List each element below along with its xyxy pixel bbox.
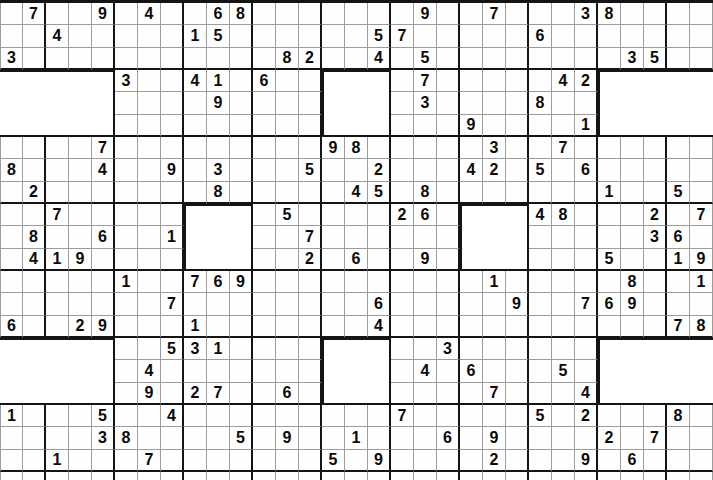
cell-r18-c21[interactable] xyxy=(483,405,506,427)
cell-r19-c1[interactable] xyxy=(23,427,46,449)
cell-r0-c15[interactable] xyxy=(345,3,368,25)
cell-r20-c12[interactable] xyxy=(276,450,299,472)
cell-r17-c19[interactable] xyxy=(437,383,460,405)
cell-r7-c19[interactable] xyxy=(437,159,460,181)
cell-r20-c28[interactable] xyxy=(644,450,667,472)
cell-r13-c29[interactable] xyxy=(667,293,690,315)
cell-r19-c6[interactable] xyxy=(138,427,161,449)
cell-r7-c1[interactable] xyxy=(23,159,46,181)
cell-r14-c5[interactable] xyxy=(115,316,138,338)
cell-r6-c28[interactable] xyxy=(644,137,667,159)
cell-r14-c14[interactable] xyxy=(322,316,345,338)
cell-r21-c3[interactable] xyxy=(69,472,92,480)
cell-r12-c7[interactable] xyxy=(161,271,184,293)
cell-r10-c27[interactable] xyxy=(621,226,644,248)
cell-r1-c26[interactable] xyxy=(598,25,621,47)
cell-r21-c30[interactable] xyxy=(690,472,713,480)
cell-r6-c20[interactable] xyxy=(460,137,483,159)
cell-r11-c6[interactable] xyxy=(138,249,161,271)
cell-r11-c11[interactable] xyxy=(253,249,276,271)
cell-r6-c26[interactable] xyxy=(598,137,621,159)
cell-r19-c14[interactable] xyxy=(322,427,345,449)
cell-r7-c10[interactable] xyxy=(230,159,253,181)
cell-r19-c20[interactable] xyxy=(460,427,483,449)
cell-r4-c19[interactable] xyxy=(437,92,460,114)
cell-r6-c16[interactable] xyxy=(368,137,391,159)
cell-r20-c15[interactable] xyxy=(345,450,368,472)
cell-r2-c17[interactable] xyxy=(391,48,414,70)
cell-r12-c14[interactable] xyxy=(322,271,345,293)
cell-r1-c6[interactable] xyxy=(138,25,161,47)
cell-r14-c21[interactable] xyxy=(483,316,506,338)
cell-r8-c4[interactable] xyxy=(92,182,115,204)
cell-r2-c8[interactable] xyxy=(184,48,207,70)
cell-r0-c28[interactable] xyxy=(644,3,667,25)
cell-r16-c11[interactable] xyxy=(253,360,276,382)
cell-r21-c11[interactable] xyxy=(253,472,276,480)
cell-r12-c24[interactable] xyxy=(552,271,575,293)
cell-r14-c28[interactable] xyxy=(644,316,667,338)
cell-r21-c22[interactable] xyxy=(506,472,529,480)
cell-r0-c2[interactable] xyxy=(46,3,69,25)
cell-r12-c25[interactable] xyxy=(575,271,598,293)
cell-r5-c22[interactable] xyxy=(506,115,529,137)
cell-r21-c5[interactable] xyxy=(115,472,138,480)
cell-r20-c29[interactable] xyxy=(667,450,690,472)
cell-r13-c5[interactable] xyxy=(115,293,138,315)
cell-r11-c19[interactable] xyxy=(437,249,460,271)
cell-r17-c10[interactable] xyxy=(230,383,253,405)
cell-r19-c24[interactable] xyxy=(552,427,575,449)
cell-r4-c13[interactable] xyxy=(299,92,322,114)
cell-r5-c11[interactable] xyxy=(253,115,276,137)
cell-r7-c11[interactable] xyxy=(253,159,276,181)
cell-r19-c0[interactable] xyxy=(0,427,23,449)
cell-r15-c21[interactable] xyxy=(483,338,506,360)
cell-r12-c2[interactable] xyxy=(46,271,69,293)
cell-r5-c12[interactable] xyxy=(276,115,299,137)
cell-r4-c10[interactable] xyxy=(230,92,253,114)
cell-r9-c25[interactable] xyxy=(575,204,598,226)
cell-r4-c8[interactable] xyxy=(184,92,207,114)
cell-r20-c4[interactable] xyxy=(92,450,115,472)
cell-r15-c22[interactable] xyxy=(506,338,529,360)
cell-r16-c8[interactable] xyxy=(184,360,207,382)
cell-r10-c23[interactable] xyxy=(529,226,552,248)
cell-r11-c16[interactable] xyxy=(368,249,391,271)
cell-r14-c26[interactable] xyxy=(598,316,621,338)
cell-r5-c21[interactable] xyxy=(483,115,506,137)
cell-r9-c4[interactable] xyxy=(92,204,115,226)
cell-r1-c25[interactable] xyxy=(575,25,598,47)
cell-r4-c17[interactable] xyxy=(391,92,414,114)
cell-r12-c12[interactable] xyxy=(276,271,299,293)
cell-r2-c23[interactable] xyxy=(529,48,552,70)
cell-r18-c11[interactable] xyxy=(253,405,276,427)
cell-r14-c9[interactable] xyxy=(207,316,230,338)
cell-r20-c22[interactable] xyxy=(506,450,529,472)
cell-r20-c5[interactable] xyxy=(115,450,138,472)
cell-r8-c21[interactable] xyxy=(483,182,506,204)
cell-r2-c2[interactable] xyxy=(46,48,69,70)
cell-r2-c30[interactable] xyxy=(690,48,713,70)
cell-r8-c13[interactable] xyxy=(299,182,322,204)
cell-r8-c8[interactable] xyxy=(184,182,207,204)
cell-r4-c5[interactable] xyxy=(115,92,138,114)
cell-r20-c10[interactable] xyxy=(230,450,253,472)
cell-r1-c3[interactable] xyxy=(69,25,92,47)
cell-r14-c27[interactable] xyxy=(621,316,644,338)
cell-r16-c19[interactable] xyxy=(437,360,460,382)
cell-r9-c0[interactable] xyxy=(0,204,23,226)
cell-r1-c4[interactable] xyxy=(92,25,115,47)
cell-r11-c17[interactable] xyxy=(391,249,414,271)
cell-r10-c16[interactable] xyxy=(368,226,391,248)
cell-r9-c19[interactable] xyxy=(437,204,460,226)
cell-r17-c7[interactable] xyxy=(161,383,184,405)
cell-r13-c23[interactable] xyxy=(529,293,552,315)
cell-r3-c13[interactable] xyxy=(299,70,322,92)
cell-r4-c7[interactable] xyxy=(161,92,184,114)
cell-r8-c19[interactable] xyxy=(437,182,460,204)
cell-r16-c9[interactable] xyxy=(207,360,230,382)
cell-r0-c27[interactable] xyxy=(621,3,644,25)
cell-r14-c13[interactable] xyxy=(299,316,322,338)
cell-r13-c9[interactable] xyxy=(207,293,230,315)
cell-r13-c14[interactable] xyxy=(322,293,345,315)
cell-r18-c1[interactable] xyxy=(23,405,46,427)
cell-r9-c1[interactable] xyxy=(23,204,46,226)
cell-r0-c30[interactable] xyxy=(690,3,713,25)
cell-r2-c24[interactable] xyxy=(552,48,575,70)
cell-r3-c23[interactable] xyxy=(529,70,552,92)
cell-r6-c25[interactable] xyxy=(575,137,598,159)
cell-r21-c26[interactable] xyxy=(598,472,621,480)
cell-r7-c3[interactable] xyxy=(69,159,92,181)
cell-r7-c6[interactable] xyxy=(138,159,161,181)
cell-r0-c20[interactable] xyxy=(460,3,483,25)
cell-r15-c25[interactable] xyxy=(575,338,598,360)
cell-r1-c11[interactable] xyxy=(253,25,276,47)
cell-r18-c15[interactable] xyxy=(345,405,368,427)
cell-r6-c23[interactable] xyxy=(529,137,552,159)
cell-r9-c29[interactable] xyxy=(667,204,690,226)
cell-r13-c11[interactable] xyxy=(253,293,276,315)
cell-r11-c7[interactable] xyxy=(161,249,184,271)
cell-r4-c25[interactable] xyxy=(575,92,598,114)
cell-r5-c13[interactable] xyxy=(299,115,322,137)
cell-r18-c5[interactable] xyxy=(115,405,138,427)
cell-r8-c24[interactable] xyxy=(552,182,575,204)
cell-r4-c21[interactable] xyxy=(483,92,506,114)
cell-r12-c15[interactable] xyxy=(345,271,368,293)
cell-r21-c8[interactable] xyxy=(184,472,207,480)
cell-r10-c15[interactable] xyxy=(345,226,368,248)
cell-r10-c12[interactable] xyxy=(276,226,299,248)
cell-r1-c30[interactable] xyxy=(690,25,713,47)
cell-r12-c13[interactable] xyxy=(299,271,322,293)
cell-r6-c18[interactable] xyxy=(414,137,437,159)
cell-r6-c22[interactable] xyxy=(506,137,529,159)
cell-r9-c27[interactable] xyxy=(621,204,644,226)
cell-r19-c22[interactable] xyxy=(506,427,529,449)
cell-r1-c27[interactable] xyxy=(621,25,644,47)
cell-r3-c21[interactable] xyxy=(483,70,506,92)
cell-r1-c22[interactable] xyxy=(506,25,529,47)
cell-r20-c20[interactable] xyxy=(460,450,483,472)
cell-r19-c3[interactable] xyxy=(69,427,92,449)
cell-r2-c6[interactable] xyxy=(138,48,161,70)
cell-r13-c21[interactable] xyxy=(483,293,506,315)
cell-r14-c12[interactable] xyxy=(276,316,299,338)
cell-r20-c3[interactable] xyxy=(69,450,92,472)
cell-r9-c14[interactable] xyxy=(322,204,345,226)
cell-r15-c10[interactable] xyxy=(230,338,253,360)
cell-r1-c18[interactable] xyxy=(414,25,437,47)
cell-r18-c24[interactable] xyxy=(552,405,575,427)
cell-r20-c1[interactable] xyxy=(23,450,46,472)
cell-r6-c7[interactable] xyxy=(161,137,184,159)
cell-r12-c18[interactable] xyxy=(414,271,437,293)
cell-r0-c12[interactable] xyxy=(276,3,299,25)
cell-r14-c10[interactable] xyxy=(230,316,253,338)
cell-r5-c24[interactable] xyxy=(552,115,575,137)
cell-r2-c7[interactable] xyxy=(161,48,184,70)
cell-r5-c23[interactable] xyxy=(529,115,552,137)
cell-r19-c7[interactable] xyxy=(161,427,184,449)
cell-r20-c23[interactable] xyxy=(529,450,552,472)
cell-r6-c5[interactable] xyxy=(115,137,138,159)
cell-r1-c12[interactable] xyxy=(276,25,299,47)
cell-r5-c8[interactable] xyxy=(184,115,207,137)
cell-r5-c17[interactable] xyxy=(391,115,414,137)
cell-r16-c5[interactable] xyxy=(115,360,138,382)
cell-r12-c4[interactable] xyxy=(92,271,115,293)
cell-r15-c13[interactable] xyxy=(299,338,322,360)
cell-r6-c1[interactable] xyxy=(23,137,46,159)
cell-r19-c2[interactable] xyxy=(46,427,69,449)
cell-r11-c27[interactable] xyxy=(621,249,644,271)
cell-r6-c13[interactable] xyxy=(299,137,322,159)
cell-r1-c14[interactable] xyxy=(322,25,345,47)
cell-r8-c0[interactable] xyxy=(0,182,23,204)
cell-r21-c28[interactable] xyxy=(644,472,667,480)
cell-r20-c9[interactable] xyxy=(207,450,230,472)
cell-r20-c7[interactable] xyxy=(161,450,184,472)
cell-r7-c15[interactable] xyxy=(345,159,368,181)
cell-r0-c23[interactable] xyxy=(529,3,552,25)
cell-r15-c12[interactable] xyxy=(276,338,299,360)
cell-r13-c8[interactable] xyxy=(184,293,207,315)
cell-r8-c25[interactable] xyxy=(575,182,598,204)
cell-r15-c18[interactable] xyxy=(414,338,437,360)
cell-r20-c0[interactable] xyxy=(0,450,23,472)
cell-r2-c14[interactable] xyxy=(322,48,345,70)
cell-r0-c16[interactable] xyxy=(368,3,391,25)
cell-r3-c20[interactable] xyxy=(460,70,483,92)
cell-r5-c5[interactable] xyxy=(115,115,138,137)
cell-r3-c10[interactable] xyxy=(230,70,253,92)
cell-r14-c19[interactable] xyxy=(437,316,460,338)
cell-r21-c14[interactable] xyxy=(322,472,345,480)
cell-r21-c0[interactable] xyxy=(0,472,23,480)
cell-r16-c21[interactable] xyxy=(483,360,506,382)
cell-r2-c29[interactable] xyxy=(667,48,690,70)
cell-r21-c9[interactable] xyxy=(207,472,230,480)
cell-r0-c17[interactable] xyxy=(391,3,414,25)
cell-r7-c14[interactable] xyxy=(322,159,345,181)
cell-r14-c23[interactable] xyxy=(529,316,552,338)
cell-r18-c18[interactable] xyxy=(414,405,437,427)
cell-r7-c17[interactable] xyxy=(391,159,414,181)
cell-r14-c20[interactable] xyxy=(460,316,483,338)
cell-r9-c15[interactable] xyxy=(345,204,368,226)
cell-r2-c1[interactable] xyxy=(23,48,46,70)
cell-r4-c24[interactable] xyxy=(552,92,575,114)
cell-r21-c4[interactable] xyxy=(92,472,115,480)
cell-r10-c11[interactable] xyxy=(253,226,276,248)
cell-r2-c4[interactable] xyxy=(92,48,115,70)
cell-r21-c16[interactable] xyxy=(368,472,391,480)
cell-r10-c30[interactable] xyxy=(690,226,713,248)
cell-r1-c7[interactable] xyxy=(161,25,184,47)
cell-r11-c12[interactable] xyxy=(276,249,299,271)
cell-r14-c6[interactable] xyxy=(138,316,161,338)
cell-r2-c21[interactable] xyxy=(483,48,506,70)
cell-r19-c16[interactable] xyxy=(368,427,391,449)
cell-r12-c19[interactable] xyxy=(437,271,460,293)
cell-r9-c3[interactable] xyxy=(69,204,92,226)
cell-r17-c17[interactable] xyxy=(391,383,414,405)
cell-r17-c13[interactable] xyxy=(299,383,322,405)
cell-r12-c0[interactable] xyxy=(0,271,23,293)
cell-r17-c23[interactable] xyxy=(529,383,552,405)
cell-r2-c15[interactable] xyxy=(345,48,368,70)
cell-r1-c24[interactable] xyxy=(552,25,575,47)
cell-r12-c16[interactable] xyxy=(368,271,391,293)
cell-r7-c28[interactable] xyxy=(644,159,667,181)
cell-r6-c2[interactable] xyxy=(46,137,69,159)
cell-r5-c7[interactable] xyxy=(161,115,184,137)
cell-r12-c29[interactable] xyxy=(667,271,690,293)
cell-r2-c5[interactable] xyxy=(115,48,138,70)
cell-r8-c17[interactable] xyxy=(391,182,414,204)
cell-r19-c23[interactable] xyxy=(529,427,552,449)
cell-r7-c29[interactable] xyxy=(667,159,690,181)
cell-r21-c21[interactable] xyxy=(483,472,506,480)
cell-r13-c13[interactable] xyxy=(299,293,322,315)
cell-r10-c19[interactable] xyxy=(437,226,460,248)
cell-r21-c27[interactable] xyxy=(621,472,644,480)
cell-r21-c7[interactable] xyxy=(161,472,184,480)
cell-r6-c17[interactable] xyxy=(391,137,414,159)
cell-r0-c24[interactable] xyxy=(552,3,575,25)
cell-r13-c2[interactable] xyxy=(46,293,69,315)
cell-r8-c22[interactable] xyxy=(506,182,529,204)
cell-r6-c10[interactable] xyxy=(230,137,253,159)
cell-r19-c18[interactable] xyxy=(414,427,437,449)
cell-r11-c25[interactable] xyxy=(575,249,598,271)
cell-r13-c12[interactable] xyxy=(276,293,299,315)
cell-r7-c22[interactable] xyxy=(506,159,529,181)
cell-r11-c23[interactable] xyxy=(529,249,552,271)
cell-r15-c11[interactable] xyxy=(253,338,276,360)
cell-r15-c24[interactable] xyxy=(552,338,575,360)
cell-r7-c24[interactable] xyxy=(552,159,575,181)
cell-r16-c7[interactable] xyxy=(161,360,184,382)
cell-r21-c12[interactable] xyxy=(276,472,299,480)
cell-r13-c19[interactable] xyxy=(437,293,460,315)
cell-r15-c17[interactable] xyxy=(391,338,414,360)
cell-r18-c13[interactable] xyxy=(299,405,322,427)
cell-r21-c25[interactable] xyxy=(575,472,598,480)
cell-r2-c3[interactable] xyxy=(69,48,92,70)
cell-r4-c6[interactable] xyxy=(138,92,161,114)
cell-r21-c15[interactable] xyxy=(345,472,368,480)
cell-r17-c20[interactable] xyxy=(460,383,483,405)
cell-r21-c10[interactable] xyxy=(230,472,253,480)
cell-r10-c2[interactable] xyxy=(46,226,69,248)
cell-r18-c26[interactable] xyxy=(598,405,621,427)
cell-r20-c24[interactable] xyxy=(552,450,575,472)
cell-r7-c18[interactable] xyxy=(414,159,437,181)
cell-r20-c19[interactable] xyxy=(437,450,460,472)
cell-r17-c22[interactable] xyxy=(506,383,529,405)
cell-r0-c19[interactable] xyxy=(437,3,460,25)
cell-r4-c11[interactable] xyxy=(253,92,276,114)
cell-r18-c30[interactable] xyxy=(690,405,713,427)
cell-r13-c18[interactable] xyxy=(414,293,437,315)
cell-r21-c23[interactable] xyxy=(529,472,552,480)
cell-r1-c21[interactable] xyxy=(483,25,506,47)
cell-r13-c1[interactable] xyxy=(23,293,46,315)
cell-r0-c8[interactable] xyxy=(184,3,207,25)
cell-r4-c20[interactable] xyxy=(460,92,483,114)
cell-r8-c2[interactable] xyxy=(46,182,69,204)
cell-r18-c3[interactable] xyxy=(69,405,92,427)
cell-r1-c5[interactable] xyxy=(115,25,138,47)
cell-r14-c25[interactable] xyxy=(575,316,598,338)
cell-r3-c7[interactable] xyxy=(161,70,184,92)
cell-r17-c11[interactable] xyxy=(253,383,276,405)
cell-r6-c12[interactable] xyxy=(276,137,299,159)
cell-r4-c12[interactable] xyxy=(276,92,299,114)
cell-r9-c5[interactable] xyxy=(115,204,138,226)
cell-r6-c27[interactable] xyxy=(621,137,644,159)
cell-r12-c20[interactable] xyxy=(460,271,483,293)
cell-r8-c11[interactable] xyxy=(253,182,276,204)
cell-r4-c22[interactable] xyxy=(506,92,529,114)
cell-r10-c6[interactable] xyxy=(138,226,161,248)
cell-r18-c22[interactable] xyxy=(506,405,529,427)
cell-r18-c19[interactable] xyxy=(437,405,460,427)
cell-r16-c12[interactable] xyxy=(276,360,299,382)
cell-r19-c29[interactable] xyxy=(667,427,690,449)
cell-r14-c24[interactable] xyxy=(552,316,575,338)
cell-r16-c25[interactable] xyxy=(575,360,598,382)
cell-r16-c10[interactable] xyxy=(230,360,253,382)
cell-r10-c18[interactable] xyxy=(414,226,437,248)
cell-r2-c10[interactable] xyxy=(230,48,253,70)
cell-r6-c9[interactable] xyxy=(207,137,230,159)
cell-r0-c3[interactable] xyxy=(69,3,92,25)
cell-r21-c17[interactable] xyxy=(391,472,414,480)
cell-r2-c26[interactable] xyxy=(598,48,621,70)
cell-r12-c6[interactable] xyxy=(138,271,161,293)
cell-r10-c17[interactable] xyxy=(391,226,414,248)
cell-r7-c12[interactable] xyxy=(276,159,299,181)
cell-r13-c15[interactable] xyxy=(345,293,368,315)
